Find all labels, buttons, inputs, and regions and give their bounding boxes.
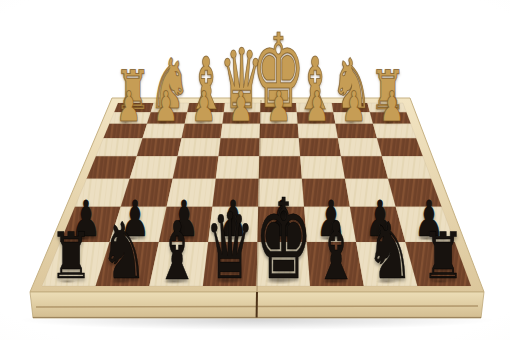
black-king-e8[interactable]: ♚: [251, 184, 315, 295]
square-a4[interactable]: [96, 138, 143, 156]
black-rook-a8[interactable]: ♜: [47, 225, 94, 289]
square-f4[interactable]: [299, 138, 341, 156]
black-rook-h8[interactable]: ♜: [419, 225, 466, 289]
black-knight-g8[interactable]: ♞: [363, 213, 416, 291]
square-d5[interactable]: [216, 156, 259, 179]
white-pawn-b2[interactable]: ♟: [152, 86, 180, 128]
square-b5[interactable]: [130, 156, 178, 179]
square-h5[interactable]: [382, 156, 431, 179]
square-g4[interactable]: [338, 138, 382, 156]
square-c4[interactable]: [178, 138, 221, 156]
white-pawn-h2[interactable]: ♟: [378, 86, 406, 128]
square-d4[interactable]: [219, 138, 260, 156]
black-bishop-c8[interactable]: ♝: [153, 211, 201, 292]
black-knight-b8[interactable]: ♞: [97, 213, 150, 291]
chess-set-photo: ♜♞♝♛♚♝♞♜♟♟♟♟♟♟♟♟♟♟♟♟♟♟♟♟♜♞♝♛♚♝♞♜: [0, 0, 510, 340]
square-b4[interactable]: [137, 138, 182, 156]
black-bishop-f8[interactable]: ♝: [312, 211, 360, 292]
square-c5[interactable]: [173, 156, 219, 179]
white-pawn-c2[interactable]: ♟: [190, 86, 218, 128]
square-h4[interactable]: [377, 138, 423, 156]
white-pawn-a2[interactable]: ♟: [115, 86, 143, 128]
white-pawn-d2[interactable]: ♟: [228, 86, 256, 128]
white-pawn-e2[interactable]: ♟: [265, 86, 293, 128]
square-e4[interactable]: [259, 138, 300, 156]
square-g5[interactable]: [341, 156, 388, 179]
white-pawn-g2[interactable]: ♟: [340, 86, 368, 128]
white-pawn-f2[interactable]: ♟: [303, 86, 331, 128]
black-queen-d8[interactable]: ♛: [203, 201, 258, 293]
